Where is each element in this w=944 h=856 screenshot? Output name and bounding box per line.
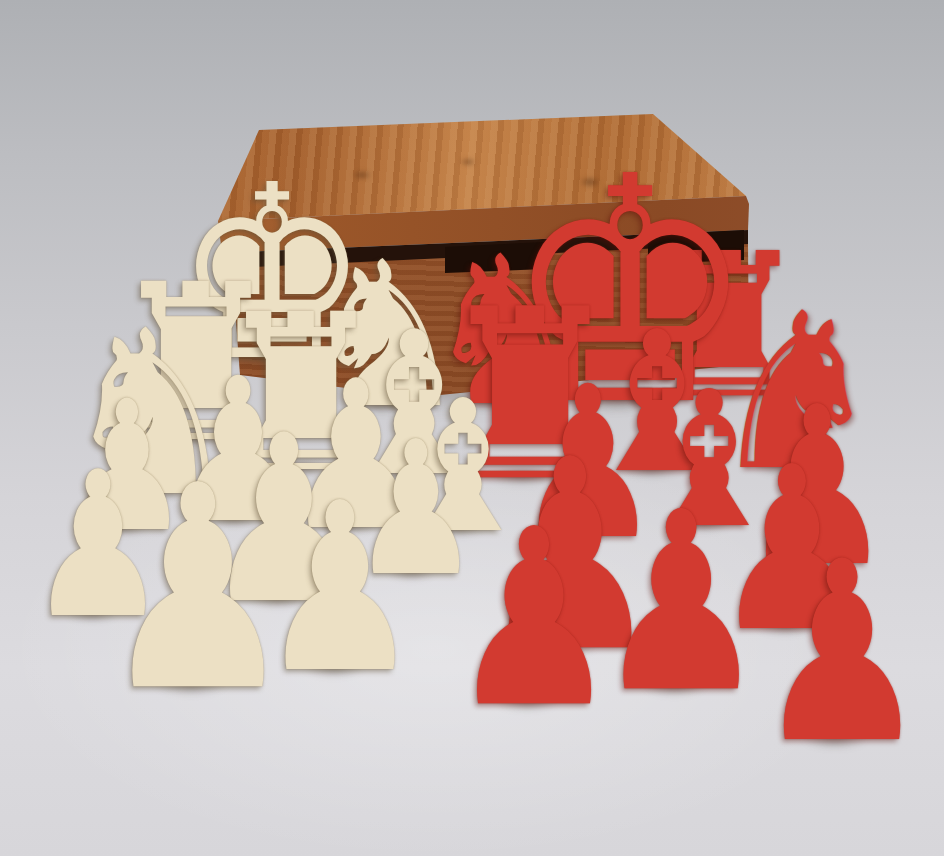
white-pawn-5: ♟ [100,448,296,729]
red-pawn-3: ♟ [449,497,620,741]
pieces-layer: ♚♜♜♞♞♝♝♟♟♟♟♟♟♟♟♚♜♜♞♞♝♝♟♟♟♟♟♟♟ [0,0,944,856]
red-pawn-7: ♟ [755,529,929,778]
red-pawn-4: ♟ [595,479,768,726]
scene: ♚♜♜♞♞♝♝♟♟♟♟♟♟♟♟♚♜♜♞♞♝♝♟♟♟♟♟♟♟ [0,0,944,856]
